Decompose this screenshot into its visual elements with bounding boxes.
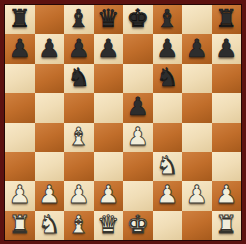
square-f3[interactable]: ♞ <box>153 152 183 181</box>
square-f7[interactable]: ♟ <box>153 34 183 63</box>
black-pawn-c7[interactable]: ♟ <box>68 36 90 61</box>
square-h5[interactable] <box>212 93 242 122</box>
square-d7[interactable]: ♟ <box>94 34 124 63</box>
square-g2[interactable]: ♟ <box>182 181 212 210</box>
black-pawn-d7[interactable]: ♟ <box>97 36 119 61</box>
white-pawn-a2[interactable]: ♟ <box>9 182 31 207</box>
square-d8[interactable]: ♛ <box>94 5 124 34</box>
square-b4[interactable] <box>35 123 65 152</box>
square-f1[interactable] <box>153 211 183 240</box>
white-bishop-c1[interactable]: ♝ <box>68 212 90 237</box>
black-pawn-e5[interactable]: ♟ <box>127 94 149 119</box>
white-pawn-d2[interactable]: ♟ <box>97 182 119 207</box>
white-queen-d1[interactable]: ♛ <box>97 212 119 237</box>
black-pawn-g7[interactable]: ♟ <box>186 36 208 61</box>
white-pawn-b2[interactable]: ♟ <box>38 182 60 207</box>
square-b5[interactable] <box>35 93 65 122</box>
square-e3[interactable] <box>123 152 153 181</box>
square-h8[interactable]: ♜ <box>212 5 242 34</box>
square-h2[interactable]: ♟ <box>212 181 242 210</box>
square-d4[interactable] <box>94 123 124 152</box>
square-a1[interactable]: ♜ <box>5 211 35 240</box>
square-c7[interactable]: ♟ <box>64 34 94 63</box>
square-b6[interactable] <box>35 64 65 93</box>
square-c5[interactable] <box>64 93 94 122</box>
square-d6[interactable] <box>94 64 124 93</box>
black-bishop-f8[interactable]: ♝ <box>156 6 178 31</box>
square-e6[interactable] <box>123 64 153 93</box>
square-b8[interactable] <box>35 5 65 34</box>
chess-board: ♜♝♛♚♝♜♟♟♟♟♟♟♟♞♞♟♝♟♞♟♟♟♟♟♟♟♜♞♝♛♚♜ <box>5 5 241 240</box>
square-a8[interactable]: ♜ <box>5 5 35 34</box>
square-g7[interactable]: ♟ <box>182 34 212 63</box>
square-d5[interactable] <box>94 93 124 122</box>
square-f8[interactable]: ♝ <box>153 5 183 34</box>
square-g3[interactable] <box>182 152 212 181</box>
white-pawn-e4[interactable]: ♟ <box>127 124 149 149</box>
square-g1[interactable] <box>182 211 212 240</box>
square-g4[interactable] <box>182 123 212 152</box>
square-c1[interactable]: ♝ <box>64 211 94 240</box>
black-pawn-a7[interactable]: ♟ <box>9 36 31 61</box>
black-king-e8[interactable]: ♚ <box>127 6 149 31</box>
square-a5[interactable] <box>5 93 35 122</box>
square-c4[interactable]: ♝ <box>64 123 94 152</box>
black-rook-a8[interactable]: ♜ <box>9 6 31 31</box>
black-pawn-b7[interactable]: ♟ <box>38 36 60 61</box>
white-knight-f3[interactable]: ♞ <box>156 153 178 178</box>
black-pawn-h7[interactable]: ♟ <box>215 36 237 61</box>
square-h4[interactable] <box>212 123 242 152</box>
square-e2[interactable] <box>123 181 153 210</box>
square-c3[interactable] <box>64 152 94 181</box>
white-knight-b1[interactable]: ♞ <box>38 212 60 237</box>
board-frame: ♜♝♛♚♝♜♟♟♟♟♟♟♟♞♞♟♝♟♞♟♟♟♟♟♟♟♜♞♝♛♚♜ <box>0 0 246 244</box>
white-pawn-h2[interactable]: ♟ <box>215 182 237 207</box>
black-rook-h8[interactable]: ♜ <box>215 6 237 31</box>
white-pawn-g2[interactable]: ♟ <box>186 182 208 207</box>
square-e4[interactable]: ♟ <box>123 123 153 152</box>
square-h7[interactable]: ♟ <box>212 34 242 63</box>
square-h6[interactable] <box>212 64 242 93</box>
white-rook-h1[interactable]: ♜ <box>215 212 237 237</box>
square-g6[interactable] <box>182 64 212 93</box>
square-b1[interactable]: ♞ <box>35 211 65 240</box>
black-bishop-c8[interactable]: ♝ <box>68 6 90 31</box>
square-a2[interactable]: ♟ <box>5 181 35 210</box>
square-f4[interactable] <box>153 123 183 152</box>
square-f2[interactable]: ♟ <box>153 181 183 210</box>
square-c2[interactable]: ♟ <box>64 181 94 210</box>
white-king-e1[interactable]: ♚ <box>127 212 149 237</box>
square-d3[interactable] <box>94 152 124 181</box>
square-e1[interactable]: ♚ <box>123 211 153 240</box>
square-b7[interactable]: ♟ <box>35 34 65 63</box>
square-d2[interactable]: ♟ <box>94 181 124 210</box>
square-h1[interactable]: ♜ <box>212 211 242 240</box>
square-g8[interactable] <box>182 5 212 34</box>
square-c6[interactable]: ♞ <box>64 64 94 93</box>
white-pawn-c2[interactable]: ♟ <box>68 182 90 207</box>
square-a3[interactable] <box>5 152 35 181</box>
square-e8[interactable]: ♚ <box>123 5 153 34</box>
square-a6[interactable] <box>5 64 35 93</box>
square-a7[interactable]: ♟ <box>5 34 35 63</box>
black-knight-c6[interactable]: ♞ <box>68 65 90 90</box>
black-pawn-f7[interactable]: ♟ <box>156 36 178 61</box>
square-a4[interactable] <box>5 123 35 152</box>
square-d1[interactable]: ♛ <box>94 211 124 240</box>
square-c8[interactable]: ♝ <box>64 5 94 34</box>
square-h3[interactable] <box>212 152 242 181</box>
square-f5[interactable] <box>153 93 183 122</box>
white-bishop-c4[interactable]: ♝ <box>68 124 90 149</box>
white-rook-a1[interactable]: ♜ <box>9 212 31 237</box>
square-b3[interactable] <box>35 152 65 181</box>
white-pawn-f2[interactable]: ♟ <box>156 182 178 207</box>
square-e5[interactable]: ♟ <box>123 93 153 122</box>
square-f6[interactable]: ♞ <box>153 64 183 93</box>
square-g5[interactable] <box>182 93 212 122</box>
black-queen-d8[interactable]: ♛ <box>97 6 119 31</box>
square-e7[interactable] <box>123 34 153 63</box>
square-b2[interactable]: ♟ <box>35 181 65 210</box>
black-knight-f6[interactable]: ♞ <box>156 65 178 90</box>
